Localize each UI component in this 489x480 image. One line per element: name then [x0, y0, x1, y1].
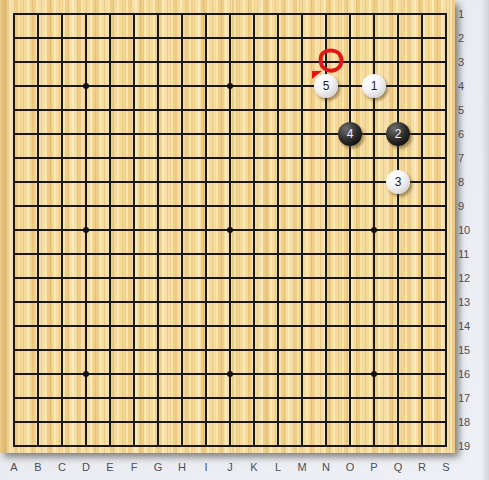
row-label-11: 11 — [458, 242, 484, 266]
star-point-d10 — [83, 227, 89, 233]
column-label-n: N — [314, 459, 338, 475]
row-label-17: 17 — [458, 386, 484, 410]
star-point-p10 — [371, 227, 377, 233]
row-label-13: 13 — [458, 290, 484, 314]
column-label-i: I — [194, 459, 218, 475]
star-point-p16 — [371, 371, 377, 377]
row-label-3: 3 — [458, 50, 484, 74]
column-label-k: K — [242, 459, 266, 475]
move-number: 3 — [395, 176, 402, 188]
column-label-g: G — [146, 459, 170, 475]
column-label-b: B — [26, 459, 50, 475]
row-label-1: 1 — [458, 2, 484, 26]
row-label-7: 7 — [458, 146, 484, 170]
row-label-19: 19 — [458, 434, 484, 458]
column-label-l: L — [266, 459, 290, 475]
star-point-d16 — [83, 371, 89, 377]
column-label-f: F — [122, 459, 146, 475]
column-label-e: E — [98, 459, 122, 475]
row-label-2: 2 — [458, 26, 484, 50]
row-label-9: 9 — [458, 194, 484, 218]
stone-black-o6[interactable]: 4 — [338, 122, 362, 146]
column-label-p: P — [362, 459, 386, 475]
row-label-10: 10 — [458, 218, 484, 242]
row-label-8: 8 — [458, 170, 484, 194]
column-label-j: J — [218, 459, 242, 475]
stone-black-q6[interactable]: 2 — [386, 122, 410, 146]
column-label-h: H — [170, 459, 194, 475]
go-board[interactable]: 12345 — [0, 0, 455, 453]
row-label-4: 4 — [458, 74, 484, 98]
row-label-16: 16 — [458, 362, 484, 386]
row-label-15: 15 — [458, 338, 484, 362]
column-label-r: R — [410, 459, 434, 475]
column-label-s: S — [434, 459, 458, 475]
stone-white-q8[interactable]: 3 — [386, 170, 410, 194]
move-number: 1 — [371, 80, 378, 92]
column-label-q: Q — [386, 459, 410, 475]
star-point-d4 — [83, 83, 89, 89]
go-diagram-window: 12345 ABCDEFGHIJKLMNOPQRS123456789101112… — [0, 0, 489, 480]
row-label-5: 5 — [458, 98, 484, 122]
star-point-j16 — [227, 371, 233, 377]
column-label-a: A — [2, 459, 26, 475]
column-label-c: C — [50, 459, 74, 475]
move-number: 5 — [323, 80, 330, 92]
star-point-j4 — [227, 83, 233, 89]
board-grid: 12345 — [2, 2, 458, 458]
column-label-m: M — [290, 459, 314, 475]
column-label-d: D — [74, 459, 98, 475]
move-number: 2 — [395, 128, 402, 140]
stone-white-p4[interactable]: 1 — [362, 74, 386, 98]
row-label-6: 6 — [458, 122, 484, 146]
column-label-o: O — [338, 459, 362, 475]
star-point-j10 — [227, 227, 233, 233]
last-move-marker-icon — [312, 71, 322, 79]
move-number: 4 — [347, 128, 354, 140]
row-label-14: 14 — [458, 314, 484, 338]
row-label-18: 18 — [458, 410, 484, 434]
row-label-12: 12 — [458, 266, 484, 290]
